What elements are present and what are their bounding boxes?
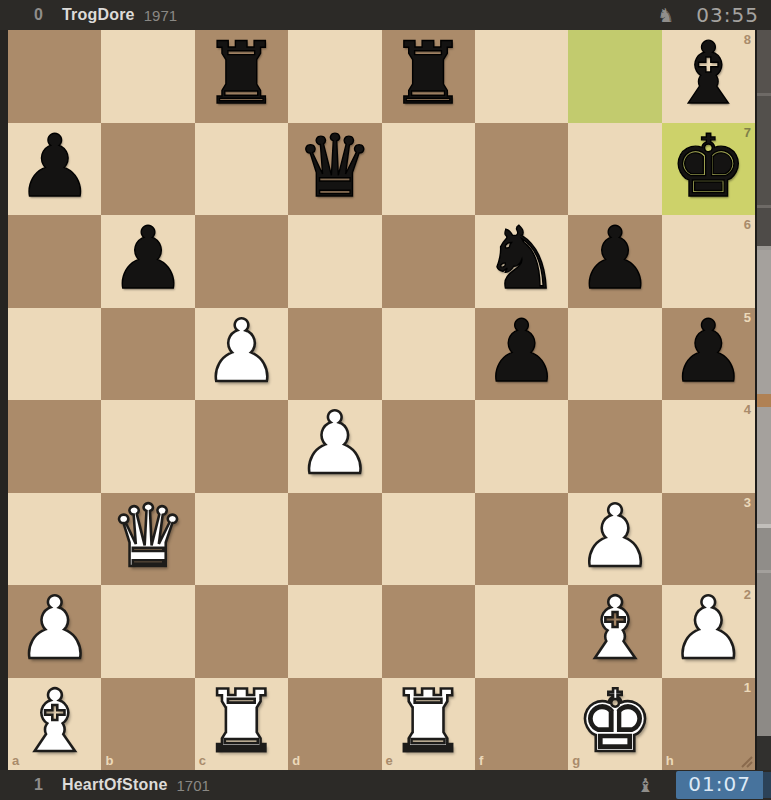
- square-c5[interactable]: ♟: [195, 308, 288, 401]
- square-b3[interactable]: ♛: [101, 493, 194, 586]
- bottom-player-bar: 1 HeartOfStone 1701 ♝ 01:07: [0, 770, 771, 800]
- chess-app-window: 0 TrogDore 1971 ♞ 03:55 ♜♜♝8♟♛♚7♟♞♟6♟♟♟5…: [0, 0, 771, 800]
- square-b4[interactable]: [101, 400, 194, 493]
- coord-rank-8: 8: [744, 32, 751, 47]
- square-a4[interactable]: [8, 400, 101, 493]
- square-f2[interactable]: [475, 585, 568, 678]
- coord-file-d: d: [292, 753, 300, 768]
- coord-file-f: f: [479, 753, 483, 768]
- square-d8[interactable]: [288, 30, 381, 123]
- coord-file-h: h: [666, 753, 674, 768]
- coord-rank-4: 4: [744, 402, 751, 417]
- bottom-player-rating: 1701: [177, 777, 210, 794]
- piece-black-pawn[interactable]: ♟: [101, 215, 194, 305]
- square-d3[interactable]: [288, 493, 381, 586]
- square-f3[interactable]: [475, 493, 568, 586]
- square-g2[interactable]: ♝: [568, 585, 661, 678]
- square-b1[interactable]: b: [101, 678, 194, 771]
- square-a3[interactable]: [8, 493, 101, 586]
- square-g5[interactable]: [568, 308, 661, 401]
- coord-file-c: c: [199, 753, 206, 768]
- top-player-bar: 0 TrogDore 1971 ♞ 03:55: [0, 0, 771, 30]
- square-c2[interactable]: [195, 585, 288, 678]
- knight-icon: ♞: [657, 0, 674, 30]
- square-c3[interactable]: [195, 493, 288, 586]
- square-h4[interactable]: 4: [662, 400, 755, 493]
- top-player-score: 0: [34, 6, 54, 24]
- square-g3[interactable]: ♟: [568, 493, 661, 586]
- piece-black-rook[interactable]: ♜: [195, 30, 288, 120]
- square-a1[interactable]: ♝a: [8, 678, 101, 771]
- coord-rank-3: 3: [744, 495, 751, 510]
- piece-white-queen[interactable]: ♛: [101, 493, 194, 583]
- board-resize-handle[interactable]: [739, 754, 753, 768]
- square-b2[interactable]: [101, 585, 194, 678]
- square-c8[interactable]: ♜: [195, 30, 288, 123]
- square-h5[interactable]: ♟5: [662, 308, 755, 401]
- square-h3[interactable]: 3: [662, 493, 755, 586]
- square-f4[interactable]: [475, 400, 568, 493]
- top-player-rating: 1971: [144, 7, 177, 24]
- square-e3[interactable]: [382, 493, 475, 586]
- piece-white-pawn[interactable]: ♟: [8, 585, 101, 675]
- square-h6[interactable]: 6: [662, 215, 755, 308]
- square-d4[interactable]: ♟: [288, 400, 381, 493]
- square-c7[interactable]: [195, 123, 288, 216]
- piece-white-pawn[interactable]: ♟: [288, 400, 381, 490]
- bishop-icon: ♝: [637, 770, 654, 800]
- piece-white-bishop[interactable]: ♝: [568, 585, 661, 675]
- coord-file-e: e: [386, 753, 393, 768]
- square-e7[interactable]: [382, 123, 475, 216]
- square-b8[interactable]: [101, 30, 194, 123]
- coord-file-b: b: [105, 753, 113, 768]
- square-e8[interactable]: ♜: [382, 30, 475, 123]
- coord-file-a: a: [12, 753, 19, 768]
- square-a8[interactable]: [8, 30, 101, 123]
- square-c6[interactable]: [195, 215, 288, 308]
- square-g8[interactable]: [568, 30, 661, 123]
- square-h1[interactable]: 1h: [662, 678, 755, 771]
- square-a6[interactable]: [8, 215, 101, 308]
- square-e1[interactable]: ♜e: [382, 678, 475, 771]
- square-d7[interactable]: ♛: [288, 123, 381, 216]
- piece-black-king[interactable]: ♚: [662, 123, 755, 213]
- coord-rank-5: 5: [744, 310, 751, 325]
- chess-board: ♜♜♝8♟♛♚7♟♞♟6♟♟♟5♟4♛♟3♟♝♟2♝ab♜cd♜ef♚g1h: [8, 30, 755, 770]
- square-d5[interactable]: [288, 308, 381, 401]
- square-c4[interactable]: [195, 400, 288, 493]
- coord-file-g: g: [572, 753, 580, 768]
- square-a2[interactable]: ♟: [8, 585, 101, 678]
- piece-white-rook[interactable]: ♜: [382, 678, 475, 768]
- top-player-name[interactable]: TrogDore: [62, 6, 135, 24]
- square-e5[interactable]: [382, 308, 475, 401]
- square-d2[interactable]: [288, 585, 381, 678]
- square-c1[interactable]: ♜c: [195, 678, 288, 771]
- piece-white-pawn[interactable]: ♟: [195, 308, 288, 398]
- piece-white-pawn[interactable]: ♟: [662, 585, 755, 675]
- square-a5[interactable]: [8, 308, 101, 401]
- top-player-clock: 03:55: [696, 3, 759, 27]
- square-b5[interactable]: [101, 308, 194, 401]
- piece-white-rook[interactable]: ♜: [195, 678, 288, 768]
- square-b6[interactable]: ♟: [101, 215, 194, 308]
- piece-black-pawn[interactable]: ♟: [568, 215, 661, 305]
- square-f8[interactable]: [475, 30, 568, 123]
- square-f5[interactable]: ♟: [475, 308, 568, 401]
- piece-white-pawn[interactable]: ♟: [568, 493, 661, 583]
- clock-edge-cap: [763, 772, 771, 798]
- square-a7[interactable]: ♟: [8, 123, 101, 216]
- square-h8[interactable]: ♝8: [662, 30, 755, 123]
- piece-black-pawn[interactable]: ♟: [475, 308, 568, 398]
- square-g1[interactable]: ♚g: [568, 678, 661, 771]
- side-panel-scrollbar[interactable]: [755, 30, 771, 770]
- square-g7[interactable]: [568, 123, 661, 216]
- piece-black-pawn[interactable]: ♟: [662, 308, 755, 398]
- coord-rank-2: 2: [744, 587, 751, 602]
- coord-rank-6: 6: [744, 217, 751, 232]
- square-d1[interactable]: d: [288, 678, 381, 771]
- bottom-player-name[interactable]: HeartOfStone: [62, 776, 168, 794]
- square-e4[interactable]: [382, 400, 475, 493]
- square-e6[interactable]: [382, 215, 475, 308]
- square-f1[interactable]: f: [475, 678, 568, 771]
- square-f7[interactable]: [475, 123, 568, 216]
- square-b7[interactable]: [101, 123, 194, 216]
- square-g4[interactable]: [568, 400, 661, 493]
- bottom-player-clock: 01:07: [676, 771, 763, 799]
- piece-black-queen[interactable]: ♛: [288, 123, 381, 213]
- square-h7[interactable]: ♚7: [662, 123, 755, 216]
- piece-white-bishop[interactable]: ♝: [8, 678, 101, 768]
- piece-black-rook[interactable]: ♜: [382, 30, 475, 120]
- piece-white-king[interactable]: ♚: [568, 678, 661, 768]
- bottom-player-score: 1: [34, 776, 54, 794]
- coord-rank-1: 1: [744, 680, 751, 695]
- piece-black-pawn[interactable]: ♟: [8, 123, 101, 213]
- coord-rank-7: 7: [744, 125, 751, 140]
- scrollbar-highlight-band: [757, 394, 771, 407]
- square-d6[interactable]: [288, 215, 381, 308]
- square-h2[interactable]: ♟2: [662, 585, 755, 678]
- square-e2[interactable]: [382, 585, 475, 678]
- square-f6[interactable]: ♞: [475, 215, 568, 308]
- piece-black-bishop[interactable]: ♝: [662, 30, 755, 120]
- piece-black-knight[interactable]: ♞: [475, 215, 568, 305]
- square-g6[interactable]: ♟: [568, 215, 661, 308]
